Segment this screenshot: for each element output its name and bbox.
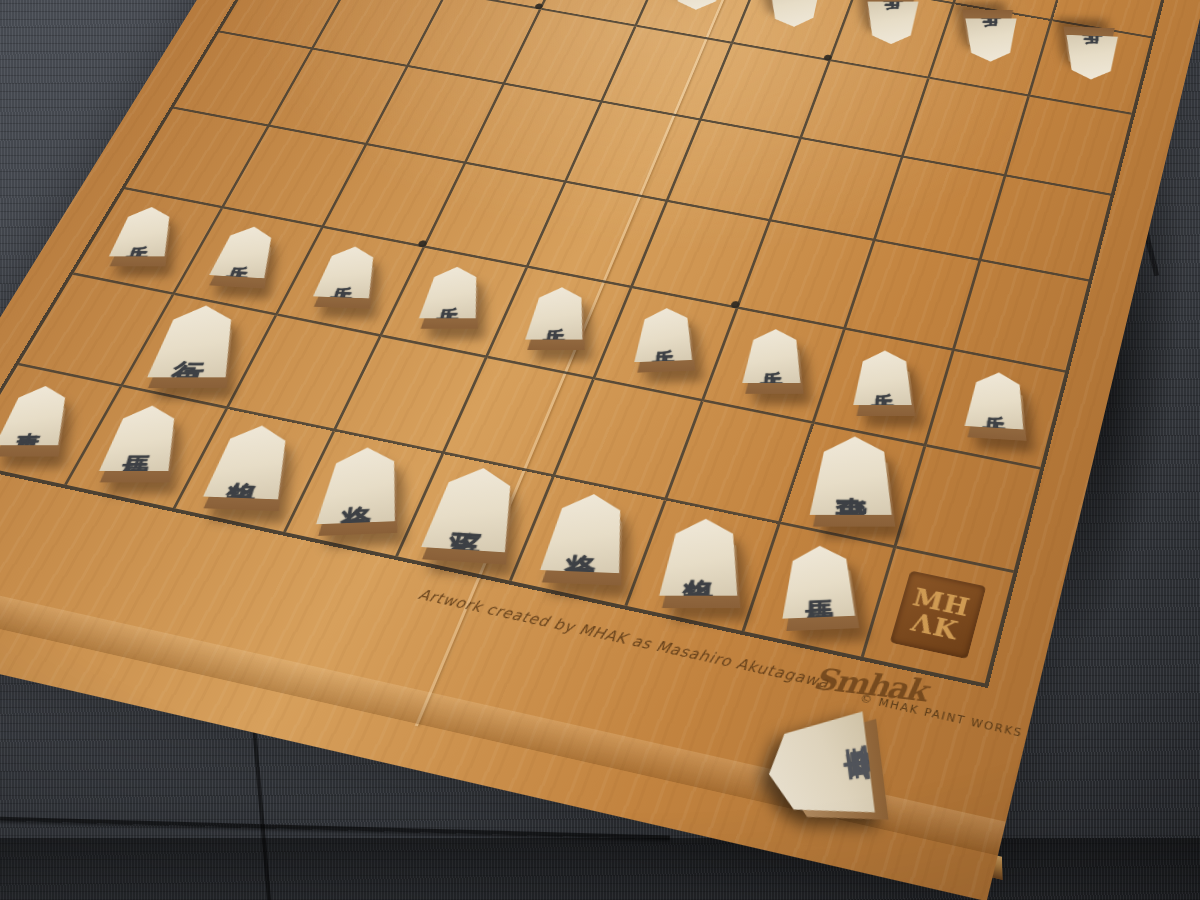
cell-1-5[interactable]	[981, 177, 1110, 282]
piece-face: 歩兵	[741, 329, 805, 383]
piece-face: 金将	[314, 446, 407, 524]
piece-face: 歩兵	[767, 0, 821, 27]
piece-gold-sente[interactable]: 金将	[314, 446, 407, 524]
piece-lance-sente[interactable]: 香車	[0, 386, 77, 445]
piece-face: 歩兵	[669, 0, 727, 9]
piece-kanji: 金将	[572, 533, 600, 534]
shogi-board: 香車桂馬銀将金将玉将金将銀将桂馬香車飛車角行歩兵歩兵歩兵歩兵歩兵歩兵歩兵歩兵歩兵…	[0, 0, 1200, 900]
piece-silver-sente[interactable]: 銀将	[657, 518, 745, 595]
piece-face: 桂馬	[97, 406, 187, 471]
piece-kanji: 王将	[457, 509, 487, 511]
piece-face: 王将	[419, 465, 526, 552]
piece-pawn-sente[interactable]: 歩兵	[312, 245, 384, 298]
piece-face: 歩兵	[852, 350, 915, 405]
piece-kanji: 歩兵	[235, 252, 255, 253]
piece-face: 歩兵	[633, 307, 696, 362]
piece-kanji: 歩兵	[986, 400, 1008, 401]
piece-kanji: 金将	[347, 485, 375, 486]
piece-pawn-sente[interactable]: 歩兵	[524, 287, 591, 339]
piece-kanji: 銀将	[237, 462, 264, 463]
piece-pawn-sente[interactable]: 歩兵	[633, 307, 696, 362]
piece-face: 歩兵	[417, 266, 486, 317]
piece-face: 飛車	[807, 436, 896, 514]
piece-pawn-sente[interactable]: 歩兵	[417, 266, 486, 317]
piece-face: 銀将	[201, 424, 300, 499]
piece-face: 香車	[0, 386, 77, 445]
piece-pawn-sente[interactable]: 歩兵	[208, 225, 282, 278]
scene: 香車桂馬銀将金将玉将金将銀将桂馬香車飛車角行歩兵歩兵歩兵歩兵歩兵歩兵歩兵歩兵歩兵…	[0, 0, 1200, 900]
piece-king-sente[interactable]: 王将	[419, 465, 526, 552]
piece-kanji: 歩兵	[785, 4, 804, 5]
piece-face: 歩兵	[963, 370, 1029, 429]
piece-kanji: 歩兵	[654, 335, 675, 336]
piece-face: 歩兵	[524, 287, 591, 339]
piece-pawn-sente[interactable]: 歩兵	[852, 350, 915, 405]
piece-face: 桂馬	[780, 544, 856, 618]
piece-silver-sente[interactable]: 銀将	[201, 424, 300, 499]
piece-face: 金将	[538, 492, 634, 573]
loose-lance-piece[interactable]: 香車	[763, 709, 876, 826]
piece-kanji: 桂馬	[806, 582, 832, 583]
piece-pawn-gote[interactable]: 歩兵	[1064, 35, 1119, 80]
piece-face: 歩兵	[864, 1, 919, 44]
piece-face: 歩兵	[208, 225, 282, 278]
piece-pawn-gote[interactable]: 歩兵	[767, 0, 821, 27]
piece-face: 歩兵	[312, 245, 384, 298]
piece-face: 銀将	[657, 518, 745, 595]
piece-pawn-gote[interactable]: 歩兵	[963, 18, 1017, 61]
loose-piece-face: 香車	[763, 709, 876, 826]
piece-knight-sente[interactable]: 桂馬	[780, 544, 856, 618]
piece-pawn-sente[interactable]: 歩兵	[963, 370, 1029, 429]
piece-face: 歩兵	[108, 207, 180, 256]
piece-face: 歩兵	[963, 18, 1017, 61]
piece-face: 歩兵	[1064, 35, 1119, 80]
piece-kanji: 歩兵	[1082, 55, 1101, 56]
piece-pawn-gote[interactable]: 歩兵	[864, 1, 919, 44]
piece-gold-sente[interactable]: 金将	[538, 492, 634, 573]
piece-pawn-gote[interactable]: 歩兵	[669, 0, 727, 9]
piece-pawn-sente[interactable]: 歩兵	[108, 207, 180, 256]
piece-rook-sente[interactable]: 飛車	[807, 436, 896, 514]
piece-kanji: 歩兵	[337, 272, 358, 273]
piece-knight-sente[interactable]: 桂馬	[97, 406, 187, 471]
piece-kanji: 香車	[819, 752, 823, 783]
piece-pawn-sente[interactable]: 歩兵	[741, 329, 805, 383]
